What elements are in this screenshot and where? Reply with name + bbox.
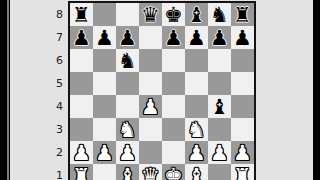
- black-piece-N-c6: ♞: [116, 49, 139, 72]
- white-piece-B-f1: ♝: [185, 164, 208, 180]
- square-d7: [139, 26, 162, 49]
- square-a5: [70, 72, 93, 95]
- rank-labels: 8 7 6 5 4 3 2 1: [0, 3, 63, 180]
- square-e8: ♚: [162, 3, 185, 26]
- square-h2: ♟: [231, 141, 254, 164]
- square-g1: [208, 164, 231, 180]
- square-b2: ♟: [93, 141, 116, 164]
- square-g7: ♟: [208, 26, 231, 49]
- square-e6: [162, 49, 185, 72]
- square-h1: ♜: [231, 164, 254, 180]
- square-f8: ♝: [185, 3, 208, 26]
- square-d3: [139, 118, 162, 141]
- square-a1: ♜: [70, 164, 93, 180]
- black-piece-P-h7: ♟: [231, 26, 254, 49]
- black-piece-B-f8: ♝: [185, 3, 208, 26]
- white-piece-B-c1: ♝: [116, 164, 139, 180]
- black-piece-P-b7: ♟: [93, 26, 116, 49]
- black-piece-P-f7: ♟: [185, 26, 208, 49]
- white-piece-Q-d1: ♛: [139, 164, 162, 180]
- white-piece-K-e1: ♚: [162, 164, 185, 180]
- white-piece-R-h1: ♜: [231, 164, 254, 180]
- rank-label-3: 3: [0, 118, 63, 141]
- square-e3: [162, 118, 185, 141]
- white-piece-N-f3: ♞: [185, 118, 208, 141]
- square-a7: ♟: [70, 26, 93, 49]
- square-c4: [116, 95, 139, 118]
- white-piece-P-a2: ♟: [70, 141, 93, 164]
- square-h4: [231, 95, 254, 118]
- square-b1: [93, 164, 116, 180]
- square-d5: [139, 72, 162, 95]
- square-g3: [208, 118, 231, 141]
- square-g8: ♞: [208, 3, 231, 26]
- black-piece-P-a7: ♟: [70, 26, 93, 49]
- square-h3: [231, 118, 254, 141]
- white-piece-R-a1: ♜: [70, 164, 93, 180]
- square-a4: [70, 95, 93, 118]
- square-b4: [93, 95, 116, 118]
- square-h8: ♜: [231, 3, 254, 26]
- square-b5: [93, 72, 116, 95]
- square-f1: ♝: [185, 164, 208, 180]
- white-piece-N-c3: ♞: [116, 118, 139, 141]
- chess-board: ♜♛♚♝♞♜♟♟♟♟♟♟♟♞♟♝♞♞♟♟♟♟♟♟♜♝♛♚♝♜: [68, 1, 256, 180]
- black-piece-P-c7: ♟: [116, 26, 139, 49]
- black-piece-B-g4: ♝: [208, 95, 231, 118]
- rank-label-1: 1: [0, 164, 63, 180]
- black-piece-K-e8: ♚: [162, 3, 185, 26]
- square-d8: ♛: [139, 3, 162, 26]
- square-e4: [162, 95, 185, 118]
- square-f2: ♟: [185, 141, 208, 164]
- white-piece-P-b2: ♟: [93, 141, 116, 164]
- square-e2: [162, 141, 185, 164]
- black-piece-R-a8: ♜: [70, 3, 93, 26]
- white-piece-P-h2: ♟: [231, 141, 254, 164]
- rank-label-2: 2: [0, 141, 63, 164]
- square-a3: [70, 118, 93, 141]
- black-piece-R-h8: ♜: [231, 3, 254, 26]
- square-h6: [231, 49, 254, 72]
- square-d4: ♟: [139, 95, 162, 118]
- square-g5: [208, 72, 231, 95]
- black-piece-N-g8: ♞: [208, 3, 231, 26]
- square-f3: ♞: [185, 118, 208, 141]
- rank-label-7: 7: [0, 26, 63, 49]
- white-piece-P-g2: ♟: [208, 141, 231, 164]
- square-h7: ♟: [231, 26, 254, 49]
- rank-label-8: 8: [0, 3, 63, 26]
- square-c2: ♟: [116, 141, 139, 164]
- white-piece-P-d4: ♟: [139, 95, 162, 118]
- square-c5: [116, 72, 139, 95]
- square-c1: ♝: [116, 164, 139, 180]
- square-g2: ♟: [208, 141, 231, 164]
- square-c8: [116, 3, 139, 26]
- square-e7: ♟: [162, 26, 185, 49]
- rank-label-4: 4: [0, 95, 63, 118]
- white-piece-P-f2: ♟: [185, 141, 208, 164]
- square-f6: [185, 49, 208, 72]
- rank-label-5: 5: [0, 72, 63, 95]
- square-d1: ♛: [139, 164, 162, 180]
- square-b7: ♟: [93, 26, 116, 49]
- square-a6: [70, 49, 93, 72]
- square-e5: [162, 72, 185, 95]
- black-piece-P-e7: ♟: [162, 26, 185, 49]
- square-c7: ♟: [116, 26, 139, 49]
- square-g4: ♝: [208, 95, 231, 118]
- square-f5: [185, 72, 208, 95]
- square-c6: ♞: [116, 49, 139, 72]
- square-a2: ♟: [70, 141, 93, 164]
- square-g6: [208, 49, 231, 72]
- square-f4: [185, 95, 208, 118]
- square-b3: [93, 118, 116, 141]
- square-c3: ♞: [116, 118, 139, 141]
- square-h5: [231, 72, 254, 95]
- square-d6: [139, 49, 162, 72]
- white-piece-P-c2: ♟: [116, 141, 139, 164]
- video-frame: 8 7 6 5 4 3 2 1 ♜♛♚♝♞♜♟♟♟♟♟♟♟♞♟♝♞♞♟♟♟♟♟♟…: [0, 0, 320, 180]
- square-f7: ♟: [185, 26, 208, 49]
- square-b8: [93, 3, 116, 26]
- square-a8: ♜: [70, 3, 93, 26]
- square-d2: [139, 141, 162, 164]
- black-piece-P-g7: ♟: [208, 26, 231, 49]
- square-e1: ♚: [162, 164, 185, 180]
- rank-label-6: 6: [0, 49, 63, 72]
- black-piece-Q-d8: ♛: [139, 3, 162, 26]
- square-b6: [93, 49, 116, 72]
